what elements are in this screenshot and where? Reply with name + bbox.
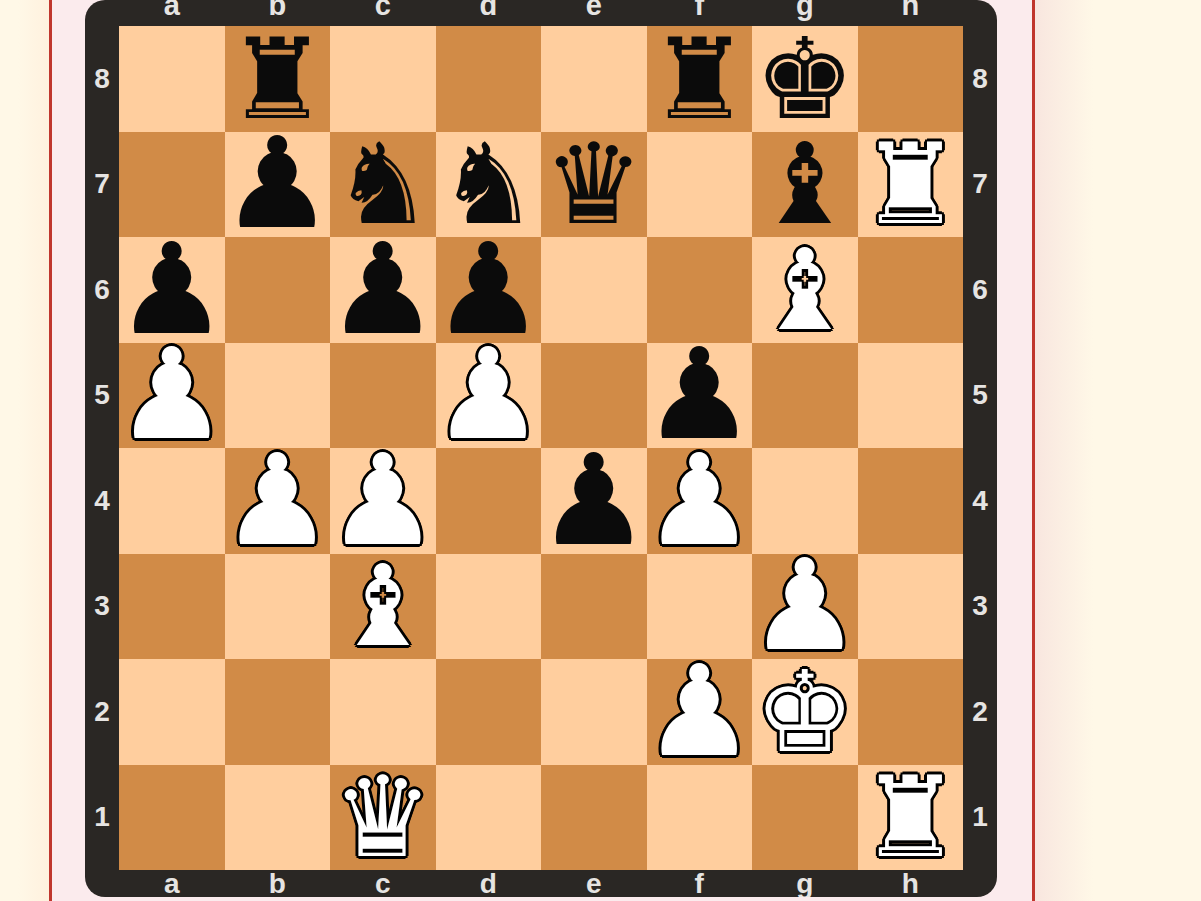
file-label-h: h — [858, 0, 964, 26]
black-pawn: ♟ — [221, 121, 334, 247]
rank-label-4: 4 — [963, 448, 997, 554]
black-king: ♚ — [755, 23, 855, 135]
square-h4[interactable] — [858, 448, 964, 554]
rank-label-1: 1 — [85, 765, 119, 871]
rank-labels-left: 87654321 — [85, 26, 119, 870]
square-a2[interactable] — [119, 659, 225, 765]
square-h7[interactable]: ♜ — [858, 132, 964, 238]
white-queen: ♛ — [333, 761, 433, 873]
file-label-e: e — [541, 870, 647, 897]
square-g8[interactable]: ♚ — [752, 26, 858, 132]
square-f4[interactable]: ♟ — [647, 448, 753, 554]
file-label-c: c — [330, 0, 436, 26]
page-background: abcdefgh abcdefgh 87654321 87654321 ♜♜♚♟… — [0, 0, 1201, 901]
square-d4[interactable] — [436, 448, 542, 554]
square-h1[interactable]: ♜ — [858, 765, 964, 871]
square-a8[interactable] — [119, 26, 225, 132]
white-king: ♚ — [755, 656, 855, 768]
square-a1[interactable] — [119, 765, 225, 871]
white-rook: ♜ — [860, 128, 960, 240]
file-label-f: f — [647, 870, 753, 897]
rank-label-7: 7 — [85, 132, 119, 238]
square-g2[interactable]: ♚ — [752, 659, 858, 765]
square-a3[interactable] — [119, 554, 225, 660]
rank-label-2: 2 — [963, 659, 997, 765]
square-g7[interactable]: ♝ — [752, 132, 858, 238]
square-g6[interactable]: ♝ — [752, 237, 858, 343]
rank-label-5: 5 — [963, 343, 997, 449]
white-rook: ♜ — [860, 761, 960, 873]
file-label-g: g — [752, 870, 858, 897]
rank-label-3: 3 — [85, 554, 119, 660]
rank-label-6: 6 — [963, 237, 997, 343]
white-bishop: ♝ — [333, 550, 433, 662]
file-label-b: b — [225, 870, 331, 897]
square-e8[interactable] — [541, 26, 647, 132]
rank-label-8: 8 — [85, 26, 119, 132]
square-h2[interactable] — [858, 659, 964, 765]
square-g3[interactable]: ♟ — [752, 554, 858, 660]
square-b1[interactable] — [225, 765, 331, 871]
file-label-e: e — [541, 0, 647, 26]
square-f7[interactable] — [647, 132, 753, 238]
file-label-d: d — [436, 0, 542, 26]
file-label-a: a — [119, 0, 225, 26]
square-e3[interactable] — [541, 554, 647, 660]
square-d3[interactable] — [436, 554, 542, 660]
square-e1[interactable] — [541, 765, 647, 871]
square-b6[interactable] — [225, 237, 331, 343]
square-h5[interactable] — [858, 343, 964, 449]
white-pawn: ♟ — [221, 438, 334, 564]
square-d1[interactable] — [436, 765, 542, 871]
square-b7[interactable]: ♟ — [225, 132, 331, 238]
square-f1[interactable] — [647, 765, 753, 871]
square-a4[interactable] — [119, 448, 225, 554]
black-bishop: ♝ — [755, 128, 855, 240]
rank-label-2: 2 — [85, 659, 119, 765]
black-pawn: ♟ — [537, 438, 650, 564]
square-c6[interactable]: ♟ — [330, 237, 436, 343]
rank-label-4: 4 — [85, 448, 119, 554]
left-edge-fade — [18, 0, 49, 901]
square-d8[interactable] — [436, 26, 542, 132]
file-label-a: a — [119, 870, 225, 897]
square-e6[interactable] — [541, 237, 647, 343]
file-labels-bottom: abcdefgh — [119, 870, 963, 897]
square-h3[interactable] — [858, 554, 964, 660]
square-c2[interactable] — [330, 659, 436, 765]
square-h8[interactable] — [858, 26, 964, 132]
square-f8[interactable]: ♜ — [647, 26, 753, 132]
file-label-d: d — [436, 870, 542, 897]
white-pawn: ♟ — [643, 649, 756, 775]
white-pawn: ♟ — [115, 332, 228, 458]
square-d2[interactable] — [436, 659, 542, 765]
white-pawn: ♟ — [643, 438, 756, 564]
square-c1[interactable]: ♛ — [330, 765, 436, 871]
rank-labels-right: 87654321 — [963, 26, 997, 870]
rank-label-3: 3 — [963, 554, 997, 660]
chess-board: ♜♜♚♟♞♞♛♝♜♟♟♟♝♟♟♟♟♟♟♟♝♟♟♚♛♜ — [119, 26, 963, 870]
square-c8[interactable] — [330, 26, 436, 132]
chess-board-frame: abcdefgh abcdefgh 87654321 87654321 ♜♜♚♟… — [85, 0, 997, 897]
square-c4[interactable]: ♟ — [330, 448, 436, 554]
square-b4[interactable]: ♟ — [225, 448, 331, 554]
white-bishop: ♝ — [755, 234, 855, 346]
black-rook: ♜ — [649, 23, 749, 135]
black-queen: ♛ — [544, 128, 644, 240]
rank-label-7: 7 — [963, 132, 997, 238]
rank-label-5: 5 — [85, 343, 119, 449]
square-f2[interactable]: ♟ — [647, 659, 753, 765]
rank-label-8: 8 — [963, 26, 997, 132]
square-b3[interactable] — [225, 554, 331, 660]
white-pawn: ♟ — [432, 332, 545, 458]
square-c3[interactable]: ♝ — [330, 554, 436, 660]
square-e7[interactable]: ♛ — [541, 132, 647, 238]
square-a5[interactable]: ♟ — [119, 343, 225, 449]
square-e2[interactable] — [541, 659, 647, 765]
square-g5[interactable] — [752, 343, 858, 449]
square-g1[interactable] — [752, 765, 858, 871]
black-pawn: ♟ — [326, 227, 439, 353]
square-d5[interactable]: ♟ — [436, 343, 542, 449]
rank-label-6: 6 — [85, 237, 119, 343]
square-b2[interactable] — [225, 659, 331, 765]
panel-edge-fade — [1035, 0, 1093, 901]
square-e4[interactable]: ♟ — [541, 448, 647, 554]
rank-label-1: 1 — [963, 765, 997, 871]
square-h6[interactable] — [858, 237, 964, 343]
